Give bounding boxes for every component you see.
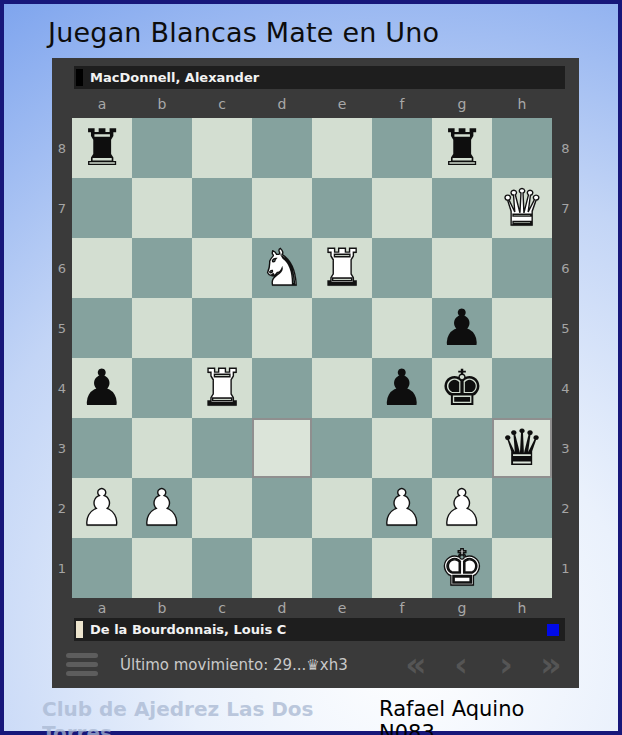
square-a6[interactable] <box>72 238 132 298</box>
square-c1[interactable] <box>192 538 252 598</box>
square-a8[interactable]: ♜ <box>72 118 132 178</box>
last-move-label: Último movimiento: 29...♛xh3 <box>120 656 348 674</box>
file-label-b: b <box>132 600 192 616</box>
square-g6[interactable] <box>432 238 492 298</box>
file-label-b: b <box>132 96 192 112</box>
square-d2[interactable] <box>252 478 312 538</box>
square-f4[interactable]: ♟ <box>372 358 432 418</box>
white-pawn-b2[interactable]: ♟ <box>132 478 192 538</box>
square-b7[interactable] <box>132 178 192 238</box>
rank-label-6: 6 <box>52 238 72 298</box>
board-grid: ♜♜♛♞♜♟♟♜♟♚♛♟♟♟♟♚ <box>72 118 552 598</box>
page-title: Juegan Blancas Mate en Uno <box>48 17 618 48</box>
menu-icon[interactable] <box>66 653 98 676</box>
square-d1[interactable] <box>252 538 312 598</box>
rank-label-6: 6 <box>552 238 579 298</box>
square-f8[interactable] <box>372 118 432 178</box>
square-c8[interactable] <box>192 118 252 178</box>
square-h3[interactable]: ♛ <box>492 418 552 478</box>
square-h8[interactable] <box>492 118 552 178</box>
rank-label-4: 4 <box>52 358 72 418</box>
black-king-g4[interactable]: ♚ <box>432 358 492 418</box>
file-label-e: e <box>312 96 372 112</box>
white-king-g1[interactable]: ♚ <box>432 538 492 598</box>
controls-bar: Último movimiento: 29...♛xh3 « ‹ › » <box>52 641 579 688</box>
square-e2[interactable] <box>312 478 372 538</box>
rank-label-5: 5 <box>552 298 579 358</box>
square-d7[interactable] <box>252 178 312 238</box>
player-bar-black: MacDonnell, Alexander <box>74 66 565 89</box>
black-pawn-a4[interactable]: ♟ <box>72 358 132 418</box>
white-rook-e6[interactable]: ♜ <box>312 238 372 298</box>
player-bar-white: De la Bourdonnais, Louis C <box>74 618 565 641</box>
square-a3[interactable] <box>72 418 132 478</box>
file-label-c: c <box>192 96 252 112</box>
file-labels-top: abcdefgh <box>72 89 579 118</box>
square-e5[interactable] <box>312 298 372 358</box>
square-b6[interactable] <box>132 238 192 298</box>
square-g2[interactable]: ♟ <box>432 478 492 538</box>
square-c3[interactable] <box>192 418 252 478</box>
club-watermark: Club de Ajedrez Las Dos Torres <box>42 697 379 735</box>
square-g3[interactable] <box>432 418 492 478</box>
rank-labels-left: 87654321 <box>52 118 72 598</box>
square-d8[interactable] <box>252 118 312 178</box>
square-h1[interactable] <box>492 538 552 598</box>
rank-label-4: 4 <box>552 358 579 418</box>
square-d5[interactable] <box>252 298 312 358</box>
black-pawn-f4[interactable]: ♟ <box>372 358 432 418</box>
square-d3[interactable] <box>252 418 312 478</box>
white-side-color-tag <box>76 621 83 638</box>
file-label-e: e <box>312 600 372 616</box>
move-navigation: « ‹ › » <box>398 645 569 685</box>
white-pawn-f2[interactable]: ♟ <box>372 478 432 538</box>
square-f7[interactable] <box>372 178 432 238</box>
square-h5[interactable] <box>492 298 552 358</box>
square-f1[interactable] <box>372 538 432 598</box>
square-e6[interactable]: ♜ <box>312 238 372 298</box>
square-a4[interactable]: ♟ <box>72 358 132 418</box>
rank-label-2: 2 <box>552 478 579 538</box>
square-e4[interactable] <box>312 358 372 418</box>
square-a2[interactable]: ♟ <box>72 478 132 538</box>
square-b3[interactable] <box>132 418 192 478</box>
rank-label-2: 2 <box>52 478 72 538</box>
black-rook-a8[interactable]: ♜ <box>72 118 132 178</box>
square-h6[interactable] <box>492 238 552 298</box>
file-label-g: g <box>432 96 492 112</box>
square-g8[interactable]: ♜ <box>432 118 492 178</box>
file-label-g: g <box>432 600 492 616</box>
rank-label-7: 7 <box>52 178 72 238</box>
square-c6[interactable] <box>192 238 252 298</box>
last-move-button[interactable]: » <box>533 645 569 685</box>
square-b5[interactable] <box>132 298 192 358</box>
white-rook-c4[interactable]: ♜ <box>192 358 252 418</box>
square-c4[interactable]: ♜ <box>192 358 252 418</box>
square-g1[interactable]: ♚ <box>432 538 492 598</box>
square-h2[interactable] <box>492 478 552 538</box>
file-label-f: f <box>372 96 432 112</box>
square-a5[interactable] <box>72 298 132 358</box>
square-f3[interactable] <box>372 418 432 478</box>
file-label-f: f <box>372 600 432 616</box>
black-side-color-tag <box>76 69 83 86</box>
square-f6[interactable] <box>372 238 432 298</box>
square-e1[interactable] <box>312 538 372 598</box>
square-c7[interactable] <box>192 178 252 238</box>
square-d6[interactable]: ♞ <box>252 238 312 298</box>
author-label: Rafael Aquino N083 <box>379 697 580 735</box>
square-a7[interactable] <box>72 178 132 238</box>
rank-label-5: 5 <box>52 298 72 358</box>
app-window: Juegan Blancas Mate en Uno MacDonnell, A… <box>0 0 622 735</box>
square-e7[interactable] <box>312 178 372 238</box>
file-label-a: a <box>72 600 132 616</box>
file-label-d: d <box>252 96 312 112</box>
square-a1[interactable] <box>72 538 132 598</box>
file-label-h: h <box>492 600 552 616</box>
white-pawn-g2[interactable]: ♟ <box>432 478 492 538</box>
rank-label-7: 7 <box>552 178 579 238</box>
white-queen-h7[interactable]: ♛ <box>492 178 552 238</box>
square-h4[interactable] <box>492 358 552 418</box>
square-b1[interactable] <box>132 538 192 598</box>
black-queen-h3[interactable]: ♛ <box>492 418 552 478</box>
white-pawn-a2[interactable]: ♟ <box>72 478 132 538</box>
rank-label-8: 8 <box>52 118 72 178</box>
square-g5[interactable]: ♟ <box>432 298 492 358</box>
black-pawn-g5[interactable]: ♟ <box>432 298 492 358</box>
square-g7[interactable] <box>432 178 492 238</box>
square-f5[interactable] <box>372 298 432 358</box>
square-e3[interactable] <box>312 418 372 478</box>
board-panel: MacDonnell, Alexander abcdefgh 87654321 … <box>52 58 579 688</box>
rank-label-8: 8 <box>552 118 579 178</box>
first-move-button[interactable]: « <box>398 645 434 685</box>
white-player-name: De la Bourdonnais, Louis C <box>90 622 286 637</box>
rank-label-1: 1 <box>552 538 579 598</box>
white-knight-d6[interactable]: ♞ <box>252 238 312 298</box>
file-label-h: h <box>492 96 552 112</box>
file-labels-bottom: abcdefgh <box>72 598 579 618</box>
rank-labels-right: 87654321 <box>552 118 579 598</box>
square-c5[interactable] <box>192 298 252 358</box>
rank-label-1: 1 <box>52 538 72 598</box>
black-player-name: MacDonnell, Alexander <box>90 70 259 85</box>
file-label-a: a <box>72 96 132 112</box>
square-c2[interactable] <box>192 478 252 538</box>
white-to-move-indicator <box>547 624 559 636</box>
file-label-d: d <box>252 600 312 616</box>
square-b2[interactable]: ♟ <box>132 478 192 538</box>
file-label-c: c <box>192 600 252 616</box>
square-b4[interactable] <box>132 358 192 418</box>
square-f2[interactable]: ♟ <box>372 478 432 538</box>
rank-label-3: 3 <box>552 418 579 478</box>
square-d4[interactable] <box>252 358 312 418</box>
square-g4[interactable]: ♚ <box>432 358 492 418</box>
black-rook-g8[interactable]: ♜ <box>432 118 492 178</box>
rank-label-3: 3 <box>52 418 72 478</box>
previous-move-button[interactable]: ‹ <box>443 645 479 685</box>
next-move-button[interactable]: › <box>488 645 524 685</box>
square-b8[interactable] <box>132 118 192 178</box>
footer: Club de Ajedrez Las Dos Torres Rafael Aq… <box>42 697 580 735</box>
square-e8[interactable] <box>312 118 372 178</box>
square-h7[interactable]: ♛ <box>492 178 552 238</box>
